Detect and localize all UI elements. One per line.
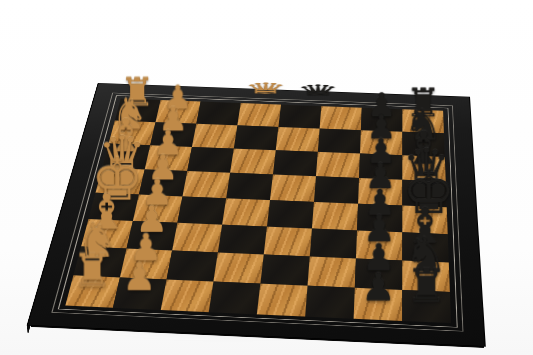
spare-white-queen[interactable]: ♛ — [244, 95, 284, 97]
square-a3[interactable] — [196, 102, 240, 126]
square-e3[interactable] — [177, 196, 226, 224]
square-g3[interactable] — [167, 250, 218, 281]
square-h3[interactable] — [161, 279, 214, 312]
square-c3[interactable] — [187, 147, 233, 173]
square-h4[interactable] — [209, 282, 261, 315]
square-d5[interactable] — [270, 175, 316, 202]
black-rook[interactable]: ♜ — [402, 263, 450, 309]
square-g6[interactable] — [308, 256, 356, 287]
square-d6[interactable] — [314, 176, 359, 203]
square-b5[interactable] — [276, 127, 320, 152]
square-a4[interactable] — [237, 103, 281, 127]
square-e4[interactable] — [222, 198, 270, 226]
square-f4[interactable] — [218, 225, 267, 255]
square-d3[interactable] — [182, 171, 230, 198]
square-h6[interactable] — [305, 286, 355, 319]
square-g5[interactable] — [260, 254, 309, 285]
square-b3[interactable] — [192, 124, 237, 149]
square-f3[interactable] — [172, 223, 222, 253]
playing-field: ♜♟♟♜♞♟♟♞♝♟♟♝♛♟♟♛♚♟♟♚♝♟♟♝♞♟♟♞♜♟♟♜ ♛♛ — [65, 98, 451, 323]
white-queen-glyph: ♛ — [244, 81, 284, 96]
square-h8[interactable]: ♜ — [402, 290, 451, 323]
square-c6[interactable] — [316, 152, 360, 178]
square-h7[interactable]: ♟ — [354, 288, 403, 321]
square-e5[interactable] — [267, 200, 314, 229]
black-pawn[interactable]: ♟ — [354, 268, 402, 306]
square-b6[interactable] — [318, 129, 361, 154]
chessboard: ♜♟♟♜♞♟♟♞♝♟♟♝♛♟♟♛♚♟♟♚♝♟♟♝♞♟♟♞♜♟♟♜ ♛♛ — [27, 83, 486, 347]
square-a6[interactable] — [320, 106, 362, 130]
square-b4[interactable] — [234, 125, 279, 150]
square-c5[interactable] — [273, 150, 318, 176]
square-e6[interactable] — [312, 202, 358, 231]
chess-set-photo: ♜♟♟♜♞♟♟♞♝♟♟♝♛♟♟♛♚♟♟♚♝♟♟♝♞♟♟♞♜♟♟♜ ♛♛ — [0, 0, 533, 355]
square-h2[interactable]: ♟ — [113, 277, 167, 309]
square-c4[interactable] — [230, 149, 276, 175]
black-queen-glyph: ♛ — [296, 83, 337, 98]
square-a5[interactable] — [278, 105, 321, 129]
board-grid: ♜♟♟♜♞♟♟♞♝♟♟♝♛♟♟♛♚♟♟♚♝♟♟♝♞♟♟♞♜♟♟♜ — [65, 98, 451, 323]
square-g4[interactable] — [213, 252, 263, 283]
square-f6[interactable] — [310, 229, 357, 259]
square-f5[interactable] — [264, 227, 312, 257]
white-rook[interactable]: ♜ — [69, 248, 117, 293]
white-pawn[interactable]: ♟ — [116, 258, 164, 296]
square-h1[interactable]: ♜ — [65, 275, 120, 307]
square-h5[interactable] — [257, 284, 308, 317]
spare-black-queen[interactable]: ♛ — [296, 97, 336, 99]
square-d4[interactable] — [226, 173, 273, 200]
